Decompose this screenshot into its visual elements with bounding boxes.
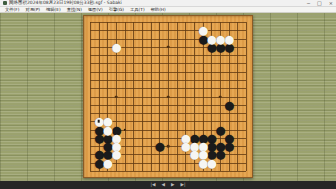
window-controls: ─ □ × xyxy=(307,0,333,6)
menu-item-4[interactable]: 视图(V) xyxy=(85,7,106,12)
hoshi-point xyxy=(167,95,170,98)
hoshi-point xyxy=(219,46,222,49)
hoshi-point xyxy=(219,145,222,148)
grid-line xyxy=(194,22,195,171)
close-button[interactable]: × xyxy=(329,0,333,6)
grid-line xyxy=(246,22,247,171)
grid-line xyxy=(90,138,246,139)
next-move-button[interactable]: ▶ xyxy=(171,181,174,189)
window-title: 网络围棋2024年08月23日19时08分33秒.sgf - Sabaki xyxy=(9,0,303,6)
hoshi-point xyxy=(115,46,118,49)
app-icon xyxy=(3,1,7,5)
grid-line xyxy=(90,154,246,155)
grid-line xyxy=(237,22,238,171)
menu-item-2[interactable]: 编辑(E) xyxy=(43,7,64,12)
grid-line xyxy=(203,22,204,171)
grid-line xyxy=(90,163,246,164)
go-board[interactable]: ●●●●●●●●●●●●●●●●●●●●●●●●●●●●●●●●●●●●●●●●… xyxy=(83,15,253,178)
grid-line xyxy=(90,171,246,172)
hoshi-point xyxy=(167,145,170,148)
grid-line xyxy=(90,113,246,114)
menu-item-7[interactable]: 帮助(H) xyxy=(148,7,169,12)
grid-line xyxy=(90,105,246,106)
title-bar: 网络围棋2024年08月23日19时08分33秒.sgf - Sabaki ─ … xyxy=(0,0,336,7)
menu-item-6[interactable]: 工具(T) xyxy=(127,7,148,12)
maximize-button[interactable]: □ xyxy=(317,0,322,6)
hoshi-point xyxy=(167,46,170,49)
last-move-button[interactable]: ▶| xyxy=(180,181,185,189)
board-grid: ●●●●●●●●●●●●●●●●●●●●●●●●●●●●●●●●●●●●●●●●… xyxy=(90,22,246,171)
hoshi-point xyxy=(115,95,118,98)
playback-bar: |◀◀▶▶| xyxy=(0,181,336,189)
hoshi-point xyxy=(115,145,118,148)
grid-line xyxy=(211,22,212,171)
menu-item-0[interactable]: 文件(F) xyxy=(2,7,22,12)
last-move-marker xyxy=(97,120,100,123)
menu-item-3[interactable]: 查找(N) xyxy=(64,7,85,12)
main-area: ●●●●●●●●●●●●●●●●●●●●●●●●●●●●●●●●●●●●●●●●… xyxy=(0,13,336,181)
first-move-button[interactable]: |◀ xyxy=(151,181,156,189)
minimize-button[interactable]: ─ xyxy=(307,0,310,6)
grid-line xyxy=(177,22,178,171)
hoshi-point xyxy=(219,95,222,98)
menu-item-1[interactable]: 对局(P) xyxy=(22,7,43,12)
app-window: 网络围棋2024年08月23日19时08分33秒.sgf - Sabaki ─ … xyxy=(0,0,336,189)
grid-line xyxy=(90,121,246,122)
grid-line xyxy=(185,22,186,171)
menu-item-5[interactable]: 引擎(G) xyxy=(106,7,127,12)
grid-line xyxy=(229,22,230,171)
grid-line xyxy=(90,130,246,131)
prev-move-button[interactable]: ◀ xyxy=(162,181,165,189)
